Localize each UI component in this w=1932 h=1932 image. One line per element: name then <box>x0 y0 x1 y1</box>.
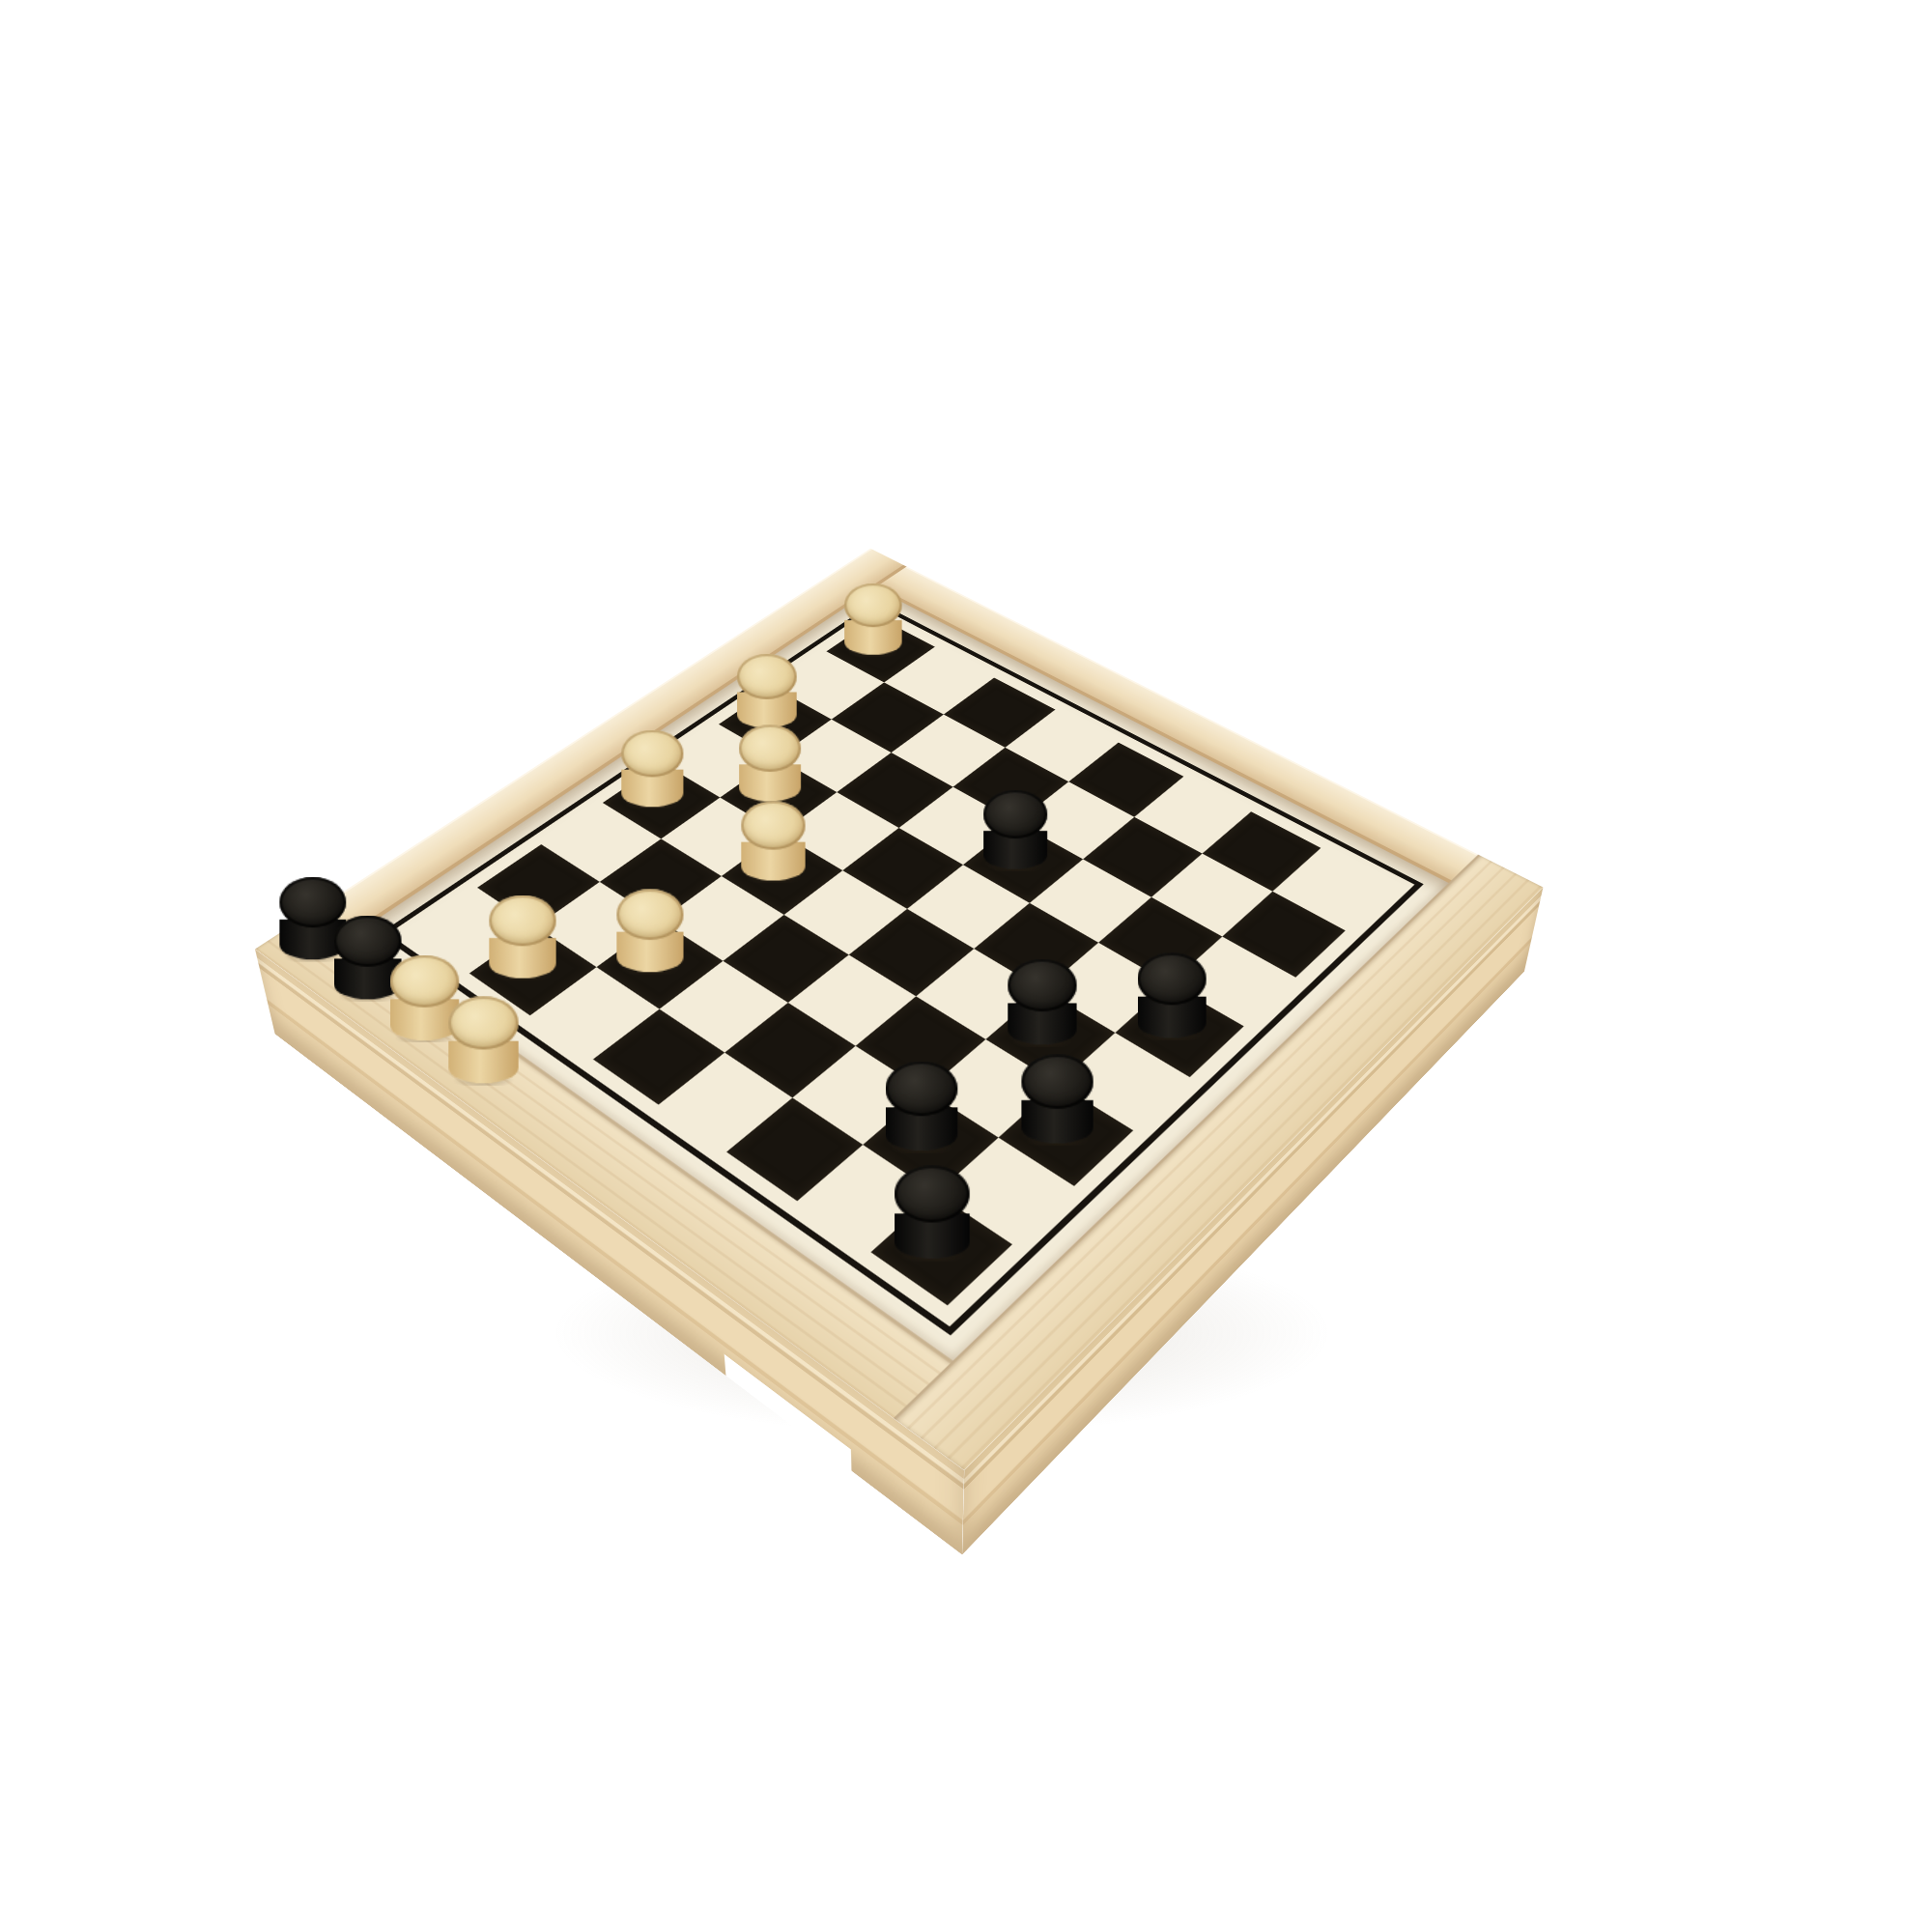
checker-peg-black-r5c7[interactable] <box>1021 1054 1093 1143</box>
peg-cap <box>895 1164 970 1221</box>
board-cell-r7c5[interactable] <box>726 1097 863 1201</box>
board-cell-r7c2[interactable] <box>530 967 660 1059</box>
peg-cap <box>448 996 519 1049</box>
checker-peg-light-tray4[interactable] <box>448 996 519 1083</box>
peg-cap <box>489 895 555 946</box>
board-cell-r6c4[interactable] <box>724 1003 855 1097</box>
checker-peg-light-r6c2[interactable] <box>616 889 683 972</box>
board-cell-r7c4[interactable] <box>659 1053 793 1152</box>
checker-peg-black-r6c6[interactable] <box>886 1061 958 1151</box>
peg-cap <box>616 889 683 940</box>
peg-cap <box>886 1061 958 1116</box>
peg-cap <box>1021 1054 1093 1109</box>
peg-cap <box>1137 952 1206 1004</box>
checker-peg-black-r3c7[interactable] <box>1137 952 1206 1037</box>
board-cell-r6c3[interactable] <box>660 961 788 1053</box>
board-cell-r5c4[interactable] <box>788 954 916 1045</box>
peg-cap <box>1008 958 1076 1010</box>
checker-peg-black-r7c7[interactable] <box>895 1164 970 1258</box>
board-cell-r4c4[interactable] <box>849 909 975 996</box>
product-photo-scene <box>0 0 1932 1932</box>
checker-peg-black-r4c6[interactable] <box>1008 958 1076 1044</box>
board-cell-r7c3[interactable] <box>593 1009 724 1105</box>
board-cell-r5c3[interactable] <box>723 915 848 1003</box>
checker-peg-light-r7c1[interactable] <box>489 895 555 978</box>
